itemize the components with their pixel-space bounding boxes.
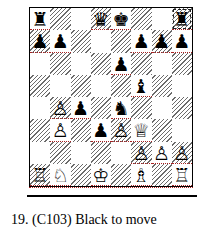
- square-f8[interactable]: [131, 8, 151, 30]
- square-f3[interactable]: ♕: [131, 119, 151, 141]
- square-h3[interactable]: [172, 119, 192, 141]
- square-a1[interactable]: ♖: [30, 164, 50, 186]
- square-e4[interactable]: ♞: [111, 97, 131, 119]
- square-c6[interactable]: [71, 53, 91, 75]
- square-e1[interactable]: [111, 164, 131, 186]
- square-a8[interactable]: ♜: [30, 8, 50, 30]
- square-g6[interactable]: [152, 53, 172, 75]
- square-f4[interactable]: [131, 97, 151, 119]
- square-g5[interactable]: [152, 75, 172, 97]
- square-a6[interactable]: [30, 53, 50, 75]
- square-g3[interactable]: [152, 119, 172, 141]
- square-e3[interactable]: ♙: [111, 119, 131, 141]
- square-h5[interactable]: [172, 75, 192, 97]
- scan-artifact-line: [29, 187, 193, 188]
- black-knight-piece: ♞: [113, 98, 130, 118]
- square-g8[interactable]: [152, 8, 172, 30]
- square-h2[interactable]: ♙: [172, 142, 192, 164]
- white-pawn-piece: ♙: [52, 98, 69, 118]
- square-b8[interactable]: [50, 8, 70, 30]
- square-e2[interactable]: [111, 142, 131, 164]
- square-b1[interactable]: ♘: [50, 164, 70, 186]
- white-queen-piece: ♕: [133, 120, 150, 140]
- black-pawn-piece: ♟: [52, 31, 69, 51]
- square-a3[interactable]: [30, 119, 50, 141]
- square-g2[interactable]: ♙: [152, 142, 172, 164]
- square-h6[interactable]: [172, 53, 192, 75]
- white-pawn-piece: ♙: [133, 143, 150, 163]
- square-c4[interactable]: ♟: [71, 97, 91, 119]
- white-rook-piece: ♖: [173, 165, 190, 185]
- diagram-caption: 19. (C103) Black to move: [11, 212, 157, 228]
- square-c5[interactable]: [71, 75, 91, 97]
- square-c8[interactable]: [71, 8, 91, 30]
- square-a5[interactable]: [30, 75, 50, 97]
- square-b2[interactable]: [50, 142, 70, 164]
- square-h4[interactable]: [172, 97, 192, 119]
- square-h8[interactable]: ♜: [172, 8, 192, 30]
- square-d7[interactable]: [91, 30, 111, 52]
- white-rook-piece: ♖: [32, 165, 49, 185]
- square-c3[interactable]: [71, 119, 91, 141]
- square-a4[interactable]: [30, 97, 50, 119]
- black-pawn-piece: ♟: [173, 31, 190, 51]
- white-pawn-piece: ♙: [113, 120, 130, 140]
- square-c1[interactable]: [71, 164, 91, 186]
- black-pawn-piece: ♟: [72, 98, 89, 118]
- square-c2[interactable]: [71, 142, 91, 164]
- chess-diagram-screen: ♜♛♚♜♟♟♟♟♟♟♝♙♟♞♙♟♙♕♙♙♙♖♘♔♗♖ 19. (C103) Bl…: [0, 0, 205, 237]
- square-b3[interactable]: ♙: [50, 119, 70, 141]
- white-king-piece: ♔: [92, 165, 109, 185]
- square-a7[interactable]: ♟: [30, 30, 50, 52]
- black-pawn-piece: ♟: [153, 31, 170, 51]
- black-pawn-piece: ♟: [133, 31, 150, 51]
- square-d5[interactable]: [91, 75, 111, 97]
- square-e5[interactable]: [111, 75, 131, 97]
- square-h1[interactable]: ♖: [172, 164, 192, 186]
- square-b4[interactable]: ♙: [50, 97, 70, 119]
- square-g4[interactable]: [152, 97, 172, 119]
- square-e7[interactable]: [111, 30, 131, 52]
- black-pawn-piece: ♟: [32, 31, 49, 51]
- square-c7[interactable]: [71, 30, 91, 52]
- square-b6[interactable]: [50, 53, 70, 75]
- square-d1[interactable]: ♔: [91, 164, 111, 186]
- square-d3[interactable]: ♟: [91, 119, 111, 141]
- square-g1[interactable]: [152, 164, 172, 186]
- square-f5[interactable]: ♝: [131, 75, 151, 97]
- black-pawn-piece: ♟: [113, 54, 130, 74]
- white-pawn-piece: ♙: [52, 120, 69, 140]
- black-rook-piece: ♜: [32, 9, 49, 29]
- square-g7[interactable]: ♟: [152, 30, 172, 52]
- square-d6[interactable]: [91, 53, 111, 75]
- white-pawn-piece: ♙: [153, 143, 170, 163]
- square-e8[interactable]: ♚: [111, 8, 131, 30]
- white-knight-piece: ♘: [52, 165, 69, 185]
- square-a2[interactable]: [30, 142, 50, 164]
- square-f6[interactable]: [131, 53, 151, 75]
- black-king-piece: ♚: [113, 9, 130, 29]
- chess-board: ♜♛♚♜♟♟♟♟♟♟♝♙♟♞♙♟♙♕♙♙♙♖♘♔♗♖: [29, 7, 193, 187]
- black-queen-piece: ♛: [92, 9, 109, 29]
- black-rook-piece: ♜: [173, 9, 190, 29]
- divider-rule: [27, 195, 197, 197]
- square-d8[interactable]: ♛: [91, 8, 111, 30]
- black-pawn-piece: ♟: [92, 120, 109, 140]
- square-e6[interactable]: ♟: [111, 53, 131, 75]
- square-f7[interactable]: ♟: [131, 30, 151, 52]
- black-bishop-piece: ♝: [133, 76, 150, 96]
- square-f2[interactable]: ♙: [131, 142, 151, 164]
- square-b5[interactable]: [50, 75, 70, 97]
- square-b7[interactable]: ♟: [50, 30, 70, 52]
- square-f1[interactable]: ♗: [131, 164, 151, 186]
- white-bishop-piece: ♗: [133, 165, 150, 185]
- white-pawn-piece: ♙: [173, 143, 190, 163]
- square-h7[interactable]: ♟: [172, 30, 192, 52]
- square-d2[interactable]: [91, 142, 111, 164]
- square-d4[interactable]: [91, 97, 111, 119]
